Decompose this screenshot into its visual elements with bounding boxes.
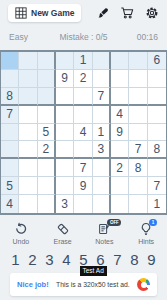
numpad-key-8[interactable]: 8 [126,251,143,268]
cell-r6c8[interactable]: 7 [129,141,147,159]
cell-r1c4[interactable] [56,52,74,70]
cell-r1c5[interactable]: 1 [74,52,92,70]
undo-label: Undo [13,238,30,245]
cell-r3c8[interactable] [129,88,147,106]
sudoku-app: New Game [0,0,167,300]
cell-r2c5[interactable]: 2 [74,70,92,88]
cell-r7c8[interactable]: 8 [129,159,147,177]
ad-provider-logo-icon [137,278,150,291]
cell-r9c6[interactable] [93,195,111,213]
cell-r8c5[interactable]: 9 [74,177,92,195]
cell-r2c6[interactable] [93,70,111,88]
cell-r8c7[interactable] [111,177,129,195]
cell-r2c4[interactable]: 9 [56,70,74,88]
cell-r5c1[interactable] [1,124,19,142]
cell-r4c6[interactable] [93,106,111,124]
cell-r8c9[interactable]: 7 [148,177,166,195]
cell-r3c6[interactable]: 7 [93,88,111,106]
numpad-key-4[interactable]: 4 [58,251,75,268]
cell-r1c7[interactable] [111,52,129,70]
cell-r9c9[interactable]: 1 [148,195,166,213]
cell-r7c1[interactable] [1,159,19,177]
cell-r4c5[interactable] [74,106,92,124]
cell-r5c7[interactable]: 9 [111,124,129,142]
numpad-key-1[interactable]: 1 [7,251,24,268]
cell-r2c2[interactable] [19,70,37,88]
cell-r9c4[interactable]: 3 [56,195,74,213]
cell-r4c3[interactable] [38,106,56,124]
cell-r4c2[interactable] [19,106,37,124]
cell-r7c7[interactable]: 2 [111,159,129,177]
cell-r8c1[interactable]: 5 [1,177,19,195]
cell-r8c4[interactable] [56,177,74,195]
cell-r1c2[interactable] [19,52,37,70]
cell-r5c6[interactable]: 1 [93,124,111,142]
cell-r3c2[interactable] [19,88,37,106]
cell-r3c9[interactable] [148,88,166,106]
lightbulb-icon: 1 [139,222,153,236]
cell-r5c3[interactable]: 5 [38,124,56,142]
cell-r7c3[interactable] [38,159,56,177]
cell-r7c4[interactable] [56,159,74,177]
cell-r6c4[interactable] [56,141,74,159]
cell-r1c8[interactable] [129,52,147,70]
cart-icon[interactable] [120,6,134,20]
cell-r9c3[interactable] [38,195,56,213]
cell-r7c5[interactable]: 7 [74,159,92,177]
cell-r3c7[interactable] [111,88,129,106]
cell-r8c6[interactable] [93,177,111,195]
notes-icon: OFF [97,222,111,236]
cell-r4c7[interactable]: 4 [111,106,129,124]
notes-button[interactable]: OFF Notes [84,222,126,245]
cell-r7c6[interactable] [93,159,111,177]
cell-r3c5[interactable] [74,88,92,106]
cell-r6c2[interactable] [19,141,37,159]
cell-r1c6[interactable] [93,52,111,70]
erase-label: Erase [53,238,71,245]
undo-icon [14,222,28,236]
cell-r4c9[interactable] [148,106,166,124]
cell-r7c9[interactable] [148,159,166,177]
cell-r3c4[interactable] [56,88,74,106]
sudoku-board: 1692877454192378728597431 [0,50,167,215]
cell-r1c9[interactable]: 6 [148,52,166,70]
numpad-key-3[interactable]: 3 [41,251,58,268]
notes-off-badge: OFF [107,219,121,226]
notes-label: Notes [95,238,113,245]
sudoku-grid-icon [15,7,27,19]
hints-count-badge: 1 [149,219,157,226]
cell-r9c1[interactable]: 4 [1,195,19,213]
cell-r7c2[interactable] [19,159,37,177]
cell-r2c9[interactable] [148,70,166,88]
test-ad-tag: Test Ad [80,266,107,276]
cell-r4c4[interactable] [56,106,74,124]
eraser-icon [56,222,70,236]
undo-button[interactable]: Undo [0,222,42,245]
new-game-button[interactable]: New Game [8,4,81,22]
cell-r8c8[interactable] [129,177,147,195]
cell-r6c3[interactable]: 2 [38,141,56,159]
top-bar: New Game [0,0,167,26]
cell-r4c1[interactable]: 7 [1,106,19,124]
cell-r2c7[interactable] [111,70,129,88]
numpad-key-2[interactable]: 2 [24,251,41,268]
erase-button[interactable]: Erase [42,222,84,245]
brush-icon[interactable] [96,7,109,20]
cell-r9c8[interactable] [129,195,147,213]
cell-r6c5[interactable] [74,141,92,159]
cell-r1c3[interactable] [38,52,56,70]
timer: 00:16 [137,32,158,42]
cell-r5c2[interactable] [19,124,37,142]
ad-headline[interactable]: Nice job! [17,280,49,289]
top-icon-group [96,6,159,20]
cell-r5c5[interactable]: 4 [74,124,92,142]
cell-r5c8[interactable] [129,124,147,142]
ad-banner[interactable]: Test Ad Nice job! This is a 320x50 test … [10,273,157,296]
cell-r8c3[interactable] [38,177,56,195]
cell-r3c3[interactable] [38,88,56,106]
cell-r2c1[interactable] [1,70,19,88]
cell-r4c8[interactable] [129,106,147,124]
cell-r9c7[interactable] [111,195,129,213]
ad-body-text: This is a 320x50 test ad. [49,281,137,288]
toolbar: Undo Erase OFF [0,222,167,245]
cell-r6c7[interactable] [111,141,129,159]
hints-button[interactable]: 1 Hints [125,222,167,245]
gear-icon[interactable] [145,6,159,20]
cell-r1c1[interactable] [1,52,19,70]
numpad-key-9[interactable]: 9 [143,251,160,268]
cell-r2c3[interactable] [38,70,56,88]
cell-r9c5[interactable] [74,195,92,213]
cell-r9c2[interactable] [19,195,37,213]
cell-r6c6[interactable]: 3 [93,141,111,159]
difficulty-label: Easy [9,32,28,42]
cell-r6c1[interactable] [1,141,19,159]
cell-r3c1[interactable]: 8 [1,88,19,106]
cell-r5c4[interactable] [56,124,74,142]
cell-r2c8[interactable] [129,70,147,88]
cell-r8c2[interactable] [19,177,37,195]
numpad-key-7[interactable]: 7 [109,251,126,268]
cell-r5c9[interactable] [148,124,166,142]
hints-label: Hints [138,238,154,245]
status-bar: Easy Mistake : 0/5 00:16 [0,26,167,48]
cell-r6c9[interactable]: 8 [148,141,166,159]
new-game-label: New Game [31,8,74,18]
